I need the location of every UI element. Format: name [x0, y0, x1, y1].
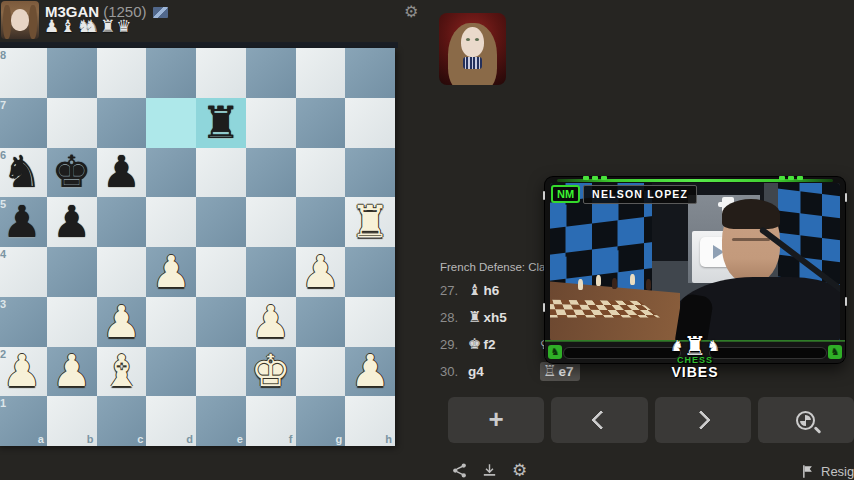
top-player-flag-icon: [153, 7, 168, 18]
square-a8[interactable]: 8: [0, 48, 47, 98]
square-a2[interactable]: 2♟: [0, 347, 47, 397]
green-piece-chip-icon: ♞: [828, 345, 842, 359]
square-d2[interactable]: [146, 347, 196, 397]
game-controls: +: [448, 397, 854, 443]
square-e7[interactable]: ♜: [196, 98, 246, 148]
square-g2[interactable]: [296, 347, 346, 397]
streamer-nameplate: NM NELSON LOPEZ: [551, 185, 697, 204]
file-label: c: [137, 434, 143, 445]
captured-queen-icon: ♛: [116, 18, 131, 35]
square-e4[interactable]: [196, 247, 246, 297]
white-pawn-f3[interactable]: ♟: [251, 300, 290, 344]
square-c5[interactable]: [97, 197, 147, 247]
square-b2[interactable]: ♟: [47, 347, 97, 397]
avatar-art: [3, 5, 11, 39]
square-a7[interactable]: 7: [0, 98, 47, 148]
white-king-move-icon: ♚: [468, 337, 481, 352]
share-icon[interactable]: [451, 462, 468, 479]
square-a1[interactable]: 1a: [0, 396, 47, 446]
chess-set-piece: [630, 274, 635, 285]
square-b7[interactable]: [47, 98, 97, 148]
cam-decor: [543, 303, 545, 312]
settings-gear-icon[interactable]: ⚙: [404, 2, 418, 21]
move-number: 28.: [440, 310, 468, 325]
square-f7[interactable]: [246, 98, 296, 148]
square-g8[interactable]: [296, 48, 346, 98]
white-move-text: g4: [468, 364, 484, 379]
square-g1[interactable]: g: [296, 396, 346, 446]
file-label: h: [385, 434, 392, 445]
square-b3[interactable]: [47, 297, 97, 347]
chess-vibes-logo: ♞♜♞ CHESS VIBES: [647, 335, 743, 380]
square-a5[interactable]: 5♟: [0, 197, 47, 247]
cam-decor: [583, 176, 607, 180]
square-g4[interactable]: ♟: [296, 247, 346, 297]
square-e2[interactable]: [196, 347, 246, 397]
square-e5[interactable]: [196, 197, 246, 247]
rank-label: 4: [0, 249, 6, 260]
chevron-left-icon: [591, 410, 611, 430]
file-label: d: [186, 434, 193, 445]
file-label: f: [289, 434, 293, 445]
square-d5[interactable]: [146, 197, 196, 247]
white-pawn-g4[interactable]: ♟: [301, 250, 340, 294]
square-c1[interactable]: c: [97, 396, 147, 446]
captured-knight-icon: ♞: [84, 18, 99, 35]
square-c4[interactable]: [97, 247, 147, 297]
black-pawn-a5[interactable]: ♟: [2, 200, 41, 244]
footer-icons: ⚙: [451, 462, 528, 479]
square-d3[interactable]: [146, 297, 196, 347]
avatar-art: [29, 5, 37, 39]
rank-label: 1: [0, 398, 6, 409]
square-b6[interactable]: ♚: [47, 148, 97, 198]
square-c7[interactable]: [97, 98, 147, 148]
square-d4[interactable]: ♟: [146, 247, 196, 297]
flag-icon: [800, 464, 815, 479]
chess-set: [550, 281, 680, 341]
square-h1[interactable]: h: [345, 396, 395, 446]
square-e3[interactable]: [196, 297, 246, 347]
square-b4[interactable]: [47, 247, 97, 297]
white-pawn-b2[interactable]: ♟: [52, 349, 91, 393]
plus-icon: +: [489, 406, 504, 432]
square-b5[interactable]: ♟: [47, 197, 97, 247]
square-g7[interactable]: [296, 98, 346, 148]
chess-set-piece: [596, 275, 601, 286]
resign-label: Resign: [821, 464, 854, 479]
square-c8[interactable]: [97, 48, 147, 98]
cam-decor: [845, 193, 847, 202]
avatar-art: [461, 27, 484, 57]
black-pawn-b5[interactable]: ♟: [52, 200, 91, 244]
square-h6[interactable]: [345, 148, 395, 198]
avatar-art: [463, 57, 482, 69]
white-move-text: f2: [483, 337, 495, 352]
square-e8[interactable]: [196, 48, 246, 98]
move-number: 29.: [440, 337, 468, 352]
square-f2[interactable]: ♚: [246, 347, 296, 397]
chess-site-page: { "game": "chess", "position": { "fen": …: [0, 0, 854, 480]
square-a3[interactable]: 3: [0, 297, 47, 347]
avatar-art: [475, 38, 479, 41]
white-move[interactable]: ♚f2: [468, 337, 540, 352]
settings-gear-icon[interactable]: ⚙: [511, 462, 528, 479]
white-move-text: h6: [483, 283, 499, 298]
magnifier-icon: [796, 411, 815, 430]
white-move[interactable]: ♜xh5: [468, 310, 540, 325]
square-d8[interactable]: [146, 48, 196, 98]
captured-rook-icon: ♜: [100, 18, 115, 35]
black-king-b6[interactable]: ♚: [52, 150, 91, 194]
rank-label: 5: [0, 199, 6, 210]
move-number: 30.: [440, 364, 468, 379]
white-pawn-h2[interactable]: ♟: [350, 349, 389, 393]
square-h8[interactable]: [345, 48, 395, 98]
square-h2[interactable]: ♟: [345, 347, 395, 397]
square-f5[interactable]: [246, 197, 296, 247]
rank-label: 7: [0, 100, 6, 111]
white-bishop-c2[interactable]: ♝: [102, 349, 141, 393]
rank-label: 8: [0, 50, 6, 61]
square-b1[interactable]: b: [47, 396, 97, 446]
chess-set-piece: [646, 279, 651, 290]
square-g6[interactable]: [296, 148, 346, 198]
streamer-name: NELSON LOPEZ: [583, 185, 697, 204]
chess-board[interactable]: 87♜6♞♚♟5♟♟♜4♟♟3♟♟2♟♟♝♚♟1abcdefgh: [0, 48, 395, 446]
square-d7[interactable]: [146, 98, 196, 148]
streamer-face: [722, 201, 780, 283]
top-player-bar: M3GAN(1250) ♟♝♞♞♜♛: [0, 0, 440, 42]
cam-decor: [779, 176, 803, 180]
chevron-right-icon: [691, 410, 711, 430]
square-h4[interactable]: [345, 247, 395, 297]
square-h5[interactable]: ♜: [345, 197, 395, 247]
avatar-art: [11, 9, 29, 31]
previous-move-button[interactable]: [551, 397, 647, 443]
white-move[interactable]: g4: [468, 364, 540, 379]
square-f3[interactable]: ♟: [246, 297, 296, 347]
file-label: g: [336, 434, 343, 445]
chess-set-piece: [578, 279, 583, 290]
opponent-profile-picture[interactable]: [439, 13, 506, 85]
add-button[interactable]: +: [448, 397, 544, 443]
white-bishop-move-icon: ♝: [468, 283, 481, 298]
top-player-captured-pieces: ♟♝♞♞♜♛: [44, 18, 133, 35]
streamer-webcam[interactable]: NM NELSON LOPEZ ♞ ♞ ♞♜♞ CHESS VIBES: [545, 177, 845, 363]
square-h7[interactable]: [345, 98, 395, 148]
white-move[interactable]: ♝h6: [468, 283, 540, 298]
black-move-text: e7: [558, 364, 573, 379]
cam-decor: [543, 191, 545, 200]
file-label: e: [237, 434, 243, 445]
white-pawn-c3[interactable]: ♟: [102, 300, 141, 344]
square-c3[interactable]: ♟: [97, 297, 147, 347]
square-e1[interactable]: e: [196, 396, 246, 446]
white-pawn-d4[interactable]: ♟: [151, 250, 190, 294]
square-f8[interactable]: [246, 48, 296, 98]
square-f4[interactable]: [246, 247, 296, 297]
black-move[interactable]: ♖e7: [540, 362, 580, 381]
square-a4[interactable]: 4: [0, 247, 47, 297]
game-review-button[interactable]: [758, 397, 854, 443]
rank-label: 6: [0, 150, 6, 161]
black-pawn-c6[interactable]: ♟: [102, 150, 141, 194]
square-a6[interactable]: 6♞: [0, 148, 47, 198]
white-pawn-a2[interactable]: ♟: [2, 349, 41, 393]
square-b8[interactable]: [47, 48, 97, 98]
white-king-f2[interactable]: ♚: [251, 349, 290, 393]
opening-name[interactable]: French Defense: Cla: [440, 261, 545, 273]
avatar-art: [466, 38, 470, 41]
rank-label: 2: [0, 349, 6, 360]
logo-text-vibes: VIBES: [647, 364, 743, 380]
next-move-button[interactable]: [655, 397, 751, 443]
captured-bishop-icon: ♝: [60, 18, 75, 35]
white-rook-h5[interactable]: ♜: [350, 200, 389, 244]
black-rook-move-icon: ♖: [543, 364, 556, 379]
bottom-player-bar: nelsi(2314) ♟♟♟♟♟♞♝♝♜♛: [0, 445, 440, 480]
resign-button[interactable]: Resign: [800, 464, 854, 479]
square-f6[interactable]: [246, 148, 296, 198]
white-move-text: xh5: [483, 310, 506, 325]
green-piece-chip-icon: ♞: [548, 345, 562, 359]
top-player-avatar[interactable]: [1, 1, 39, 39]
file-label: b: [87, 434, 94, 445]
move-number: 27.: [440, 283, 468, 298]
chess-set-piece: [612, 278, 617, 289]
black-rook-e7[interactable]: ♜: [201, 101, 240, 145]
square-h3[interactable]: [345, 297, 395, 347]
title-badge: NM: [551, 185, 580, 203]
square-d6[interactable]: [146, 148, 196, 198]
white-rook-move-icon: ♜: [468, 310, 481, 325]
square-g5[interactable]: [296, 197, 346, 247]
square-e6[interactable]: [196, 148, 246, 198]
square-c2[interactable]: ♝: [97, 347, 147, 397]
square-c6[interactable]: ♟: [97, 148, 147, 198]
download-icon[interactable]: [481, 462, 498, 479]
square-f1[interactable]: f: [246, 396, 296, 446]
webcam-video: [550, 183, 840, 341]
rank-label: 3: [0, 299, 6, 310]
square-d1[interactable]: d: [146, 396, 196, 446]
file-label: a: [38, 434, 44, 445]
cam-decor: [845, 297, 847, 306]
captured-pawn-icon: ♟: [44, 18, 59, 35]
black-knight-a6[interactable]: ♞: [2, 150, 41, 194]
square-g3[interactable]: [296, 297, 346, 347]
